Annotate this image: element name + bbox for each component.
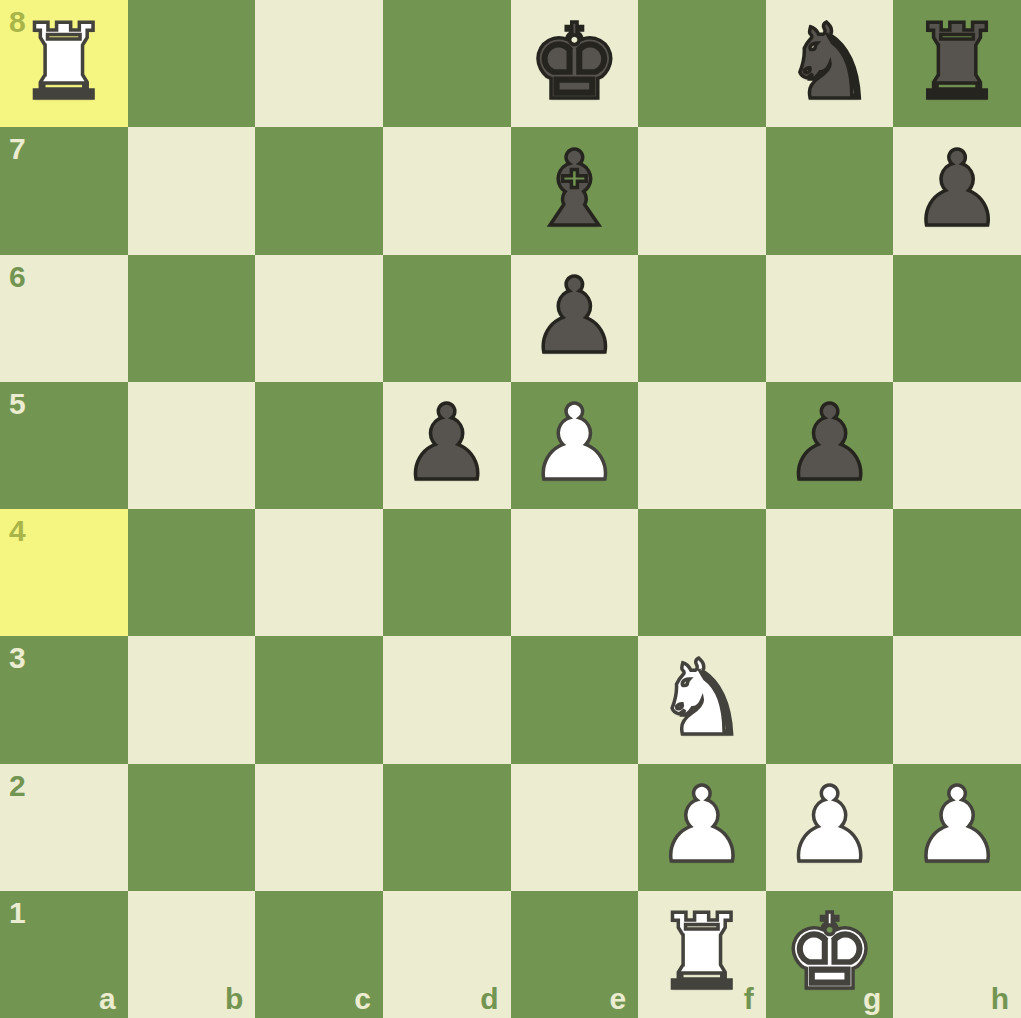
square-b2[interactable]	[128, 764, 256, 891]
square-g2[interactable]: ♟	[766, 764, 894, 891]
chess-board: 8♜♚♞♜7♝♟6♟5♟♟♟43♞2♟♟♟1abcdef♜g♚h	[0, 0, 1021, 1018]
file-label-h: h	[991, 984, 1009, 1014]
square-d1[interactable]: d	[383, 891, 511, 1018]
square-h1[interactable]: h	[893, 891, 1021, 1018]
square-d2[interactable]	[383, 764, 511, 891]
black-rook[interactable]: ♜	[911, 10, 1004, 114]
rank-label-4: 4	[9, 516, 26, 546]
square-f4[interactable]	[638, 509, 766, 636]
square-e6[interactable]: ♟	[511, 255, 639, 382]
white-pawn[interactable]: ♟	[655, 773, 748, 877]
square-g4[interactable]	[766, 509, 894, 636]
square-g7[interactable]	[766, 127, 894, 254]
rank-label-6: 6	[9, 262, 26, 292]
square-a6[interactable]: 6	[0, 255, 128, 382]
white-rook[interactable]: ♜	[17, 10, 110, 114]
rank-label-7: 7	[9, 134, 26, 164]
square-c2[interactable]	[255, 764, 383, 891]
rank-label-2: 2	[9, 771, 26, 801]
black-king[interactable]: ♚	[528, 10, 621, 114]
square-f1[interactable]: f♜	[638, 891, 766, 1018]
square-a2[interactable]: 2	[0, 764, 128, 891]
file-label-d: d	[480, 984, 498, 1014]
rank-label-5: 5	[9, 389, 26, 419]
square-f7[interactable]	[638, 127, 766, 254]
square-a5[interactable]: 5	[0, 382, 128, 509]
square-e7[interactable]: ♝	[511, 127, 639, 254]
square-f2[interactable]: ♟	[638, 764, 766, 891]
square-h7[interactable]: ♟	[893, 127, 1021, 254]
square-g3[interactable]	[766, 636, 894, 763]
square-b5[interactable]	[128, 382, 256, 509]
square-e8[interactable]: ♚	[511, 0, 639, 127]
black-knight[interactable]: ♞	[783, 10, 876, 114]
square-h5[interactable]	[893, 382, 1021, 509]
square-h3[interactable]	[893, 636, 1021, 763]
square-d8[interactable]	[383, 0, 511, 127]
square-a4[interactable]: 4	[0, 509, 128, 636]
square-c8[interactable]	[255, 0, 383, 127]
square-f3[interactable]: ♞	[638, 636, 766, 763]
square-c1[interactable]: c	[255, 891, 383, 1018]
square-d5[interactable]: ♟	[383, 382, 511, 509]
black-pawn[interactable]: ♟	[783, 391, 876, 495]
square-a1[interactable]: 1a	[0, 891, 128, 1018]
square-c3[interactable]	[255, 636, 383, 763]
rank-label-1: 1	[9, 898, 26, 928]
square-d7[interactable]	[383, 127, 511, 254]
square-a3[interactable]: 3	[0, 636, 128, 763]
file-label-b: b	[225, 984, 243, 1014]
white-pawn[interactable]: ♟	[528, 391, 621, 495]
square-g6[interactable]	[766, 255, 894, 382]
square-d4[interactable]	[383, 509, 511, 636]
square-c4[interactable]	[255, 509, 383, 636]
square-e5[interactable]: ♟	[511, 382, 639, 509]
white-pawn[interactable]: ♟	[911, 773, 1004, 877]
white-knight[interactable]: ♞	[655, 646, 748, 750]
black-pawn[interactable]: ♟	[400, 391, 493, 495]
rank-label-3: 3	[9, 643, 26, 673]
square-f6[interactable]	[638, 255, 766, 382]
square-h4[interactable]	[893, 509, 1021, 636]
square-d6[interactable]	[383, 255, 511, 382]
square-b7[interactable]	[128, 127, 256, 254]
square-e1[interactable]: e	[511, 891, 639, 1018]
white-pawn[interactable]: ♟	[783, 773, 876, 877]
square-b8[interactable]	[128, 0, 256, 127]
square-g5[interactable]: ♟	[766, 382, 894, 509]
square-g8[interactable]: ♞	[766, 0, 894, 127]
black-bishop[interactable]: ♝	[528, 137, 621, 241]
square-c7[interactable]	[255, 127, 383, 254]
white-king[interactable]: ♚	[783, 900, 876, 1004]
square-c5[interactable]	[255, 382, 383, 509]
white-rook[interactable]: ♜	[655, 900, 748, 1004]
square-b4[interactable]	[128, 509, 256, 636]
square-b6[interactable]	[128, 255, 256, 382]
square-f5[interactable]	[638, 382, 766, 509]
file-label-e: e	[609, 984, 626, 1014]
black-pawn[interactable]: ♟	[528, 264, 621, 368]
square-e3[interactable]	[511, 636, 639, 763]
square-b3[interactable]	[128, 636, 256, 763]
square-h2[interactable]: ♟	[893, 764, 1021, 891]
square-d3[interactable]	[383, 636, 511, 763]
square-e4[interactable]	[511, 509, 639, 636]
file-label-a: a	[99, 984, 116, 1014]
file-label-c: c	[354, 984, 371, 1014]
square-a8[interactable]: 8♜	[0, 0, 128, 127]
square-c6[interactable]	[255, 255, 383, 382]
black-pawn[interactable]: ♟	[911, 137, 1004, 241]
square-a7[interactable]: 7	[0, 127, 128, 254]
square-h8[interactable]: ♜	[893, 0, 1021, 127]
square-g1[interactable]: g♚	[766, 891, 894, 1018]
square-f8[interactable]	[638, 0, 766, 127]
square-e2[interactable]	[511, 764, 639, 891]
square-h6[interactable]	[893, 255, 1021, 382]
square-b1[interactable]: b	[128, 891, 256, 1018]
